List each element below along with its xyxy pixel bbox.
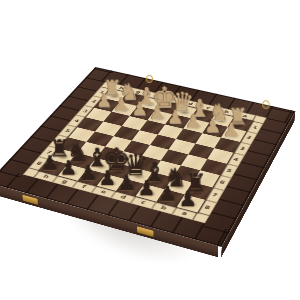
piece-white-pawn-f2[interactable]: ♟ xyxy=(131,100,147,117)
board-top-face: hgfedcba hgfedcba 12345678 12345678 ♜♞♝♚… xyxy=(0,67,296,247)
brass-clasp-ring xyxy=(262,100,270,109)
piece-white-pawn-g2[interactable]: ♟ xyxy=(113,96,129,113)
brass-hinge xyxy=(23,195,39,205)
piece-white-pawn-b2[interactable]: ♟ xyxy=(204,116,221,134)
brass-hinge xyxy=(137,226,153,237)
piece-black-pawn-a8[interactable]: ♟ xyxy=(178,189,197,209)
piece-black-pawn-e8[interactable]: ♟ xyxy=(98,168,116,187)
piece-black-pawn-c8[interactable]: ♟ xyxy=(138,178,156,197)
chess-set-photo: hgfedcba hgfedcba 12345678 12345678 ♜♞♝♚… xyxy=(0,0,300,300)
piece-white-pawn-h2[interactable]: ♟ xyxy=(96,92,112,109)
piece-black-pawn-b8[interactable]: ♟ xyxy=(158,183,177,203)
piece-black-pawn-f8[interactable]: ♟ xyxy=(79,163,97,182)
piece-white-pawn-e2[interactable]: ♟ xyxy=(149,104,165,121)
piece-white-pawn-d2[interactable]: ♟ xyxy=(167,108,184,126)
chess-board: hgfedcba hgfedcba 12345678 12345678 ♜♞♝♚… xyxy=(0,67,296,247)
piece-black-pawn-d8[interactable]: ♟ xyxy=(118,173,136,192)
piece-black-pawn-h8[interactable]: ♟ xyxy=(41,153,59,172)
piece-white-pawn-a2[interactable]: ♟ xyxy=(223,121,240,139)
photo-stage: hgfedcba hgfedcba 12345678 12345678 ♜♞♝♚… xyxy=(0,0,300,300)
piece-black-pawn-g8[interactable]: ♟ xyxy=(60,158,78,177)
piece-white-pawn-c2[interactable]: ♟ xyxy=(185,112,202,130)
